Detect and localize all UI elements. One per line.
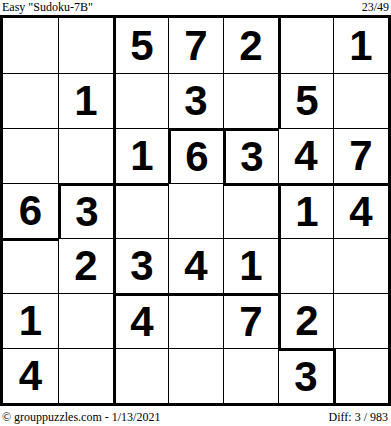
footer-difficulty: Diff: 3 / 983 bbox=[329, 410, 388, 424]
cell-r7c3[interactable] bbox=[113, 348, 168, 403]
cell-r4c2[interactable]: 3 bbox=[58, 183, 113, 238]
cell-r5c6[interactable] bbox=[278, 238, 333, 293]
cell-r1c1[interactable] bbox=[3, 18, 58, 73]
cell-r3c6[interactable]: 4 bbox=[278, 128, 333, 183]
cell-r2c1[interactable] bbox=[3, 73, 58, 128]
cell-r6c4[interactable] bbox=[168, 293, 223, 348]
puzzle-title: Easy "Sudoku-7B" bbox=[2, 1, 93, 14]
cell-r5c4[interactable]: 4 bbox=[168, 238, 223, 293]
cell-r3c4[interactable]: 6 bbox=[168, 128, 223, 183]
cell-r6c3[interactable]: 4 bbox=[113, 293, 168, 348]
sudoku-grid: 57211351634763142341147243 bbox=[0, 15, 391, 406]
cell-r2c7[interactable] bbox=[333, 73, 388, 128]
cell-r1c2[interactable] bbox=[58, 18, 113, 73]
cell-r7c4[interactable] bbox=[168, 348, 223, 403]
cell-r6c1[interactable]: 1 bbox=[3, 293, 58, 348]
cell-r6c5[interactable]: 7 bbox=[223, 293, 278, 348]
cell-r2c2[interactable]: 1 bbox=[58, 73, 113, 128]
footer-copyright: © grouppuzzles.com - 1/13/2021 bbox=[2, 410, 160, 424]
cell-r6c7[interactable] bbox=[333, 293, 388, 348]
cell-r2c5[interactable] bbox=[223, 73, 278, 128]
cell-r1c7[interactable]: 1 bbox=[333, 18, 388, 73]
cell-r7c2[interactable] bbox=[58, 348, 113, 403]
cell-r3c3[interactable]: 1 bbox=[113, 128, 168, 183]
cell-r5c7[interactable] bbox=[333, 238, 388, 293]
cell-r5c2[interactable]: 2 bbox=[58, 238, 113, 293]
cell-r4c7[interactable]: 4 bbox=[333, 183, 388, 238]
cell-r6c2[interactable] bbox=[58, 293, 113, 348]
cell-r1c6[interactable] bbox=[278, 18, 333, 73]
cell-r7c1[interactable]: 4 bbox=[3, 348, 58, 403]
cell-r5c3[interactable]: 3 bbox=[113, 238, 168, 293]
cell-r3c7[interactable]: 7 bbox=[333, 128, 388, 183]
cell-r4c1[interactable]: 6 bbox=[3, 183, 58, 238]
cell-r1c3[interactable]: 5 bbox=[113, 18, 168, 73]
cell-r1c5[interactable]: 2 bbox=[223, 18, 278, 73]
cell-r3c1[interactable] bbox=[3, 128, 58, 183]
cell-r1c4[interactable]: 7 bbox=[168, 18, 223, 73]
cell-r4c5[interactable] bbox=[223, 183, 278, 238]
cell-r2c6[interactable]: 5 bbox=[278, 73, 333, 128]
cell-r7c5[interactable] bbox=[223, 348, 278, 403]
cell-r3c5[interactable]: 3 bbox=[223, 128, 278, 183]
cell-r7c6[interactable]: 3 bbox=[278, 348, 333, 403]
cell-r4c4[interactable] bbox=[168, 183, 223, 238]
footer: © grouppuzzles.com - 1/13/2021 Diff: 3 /… bbox=[0, 406, 391, 424]
given-counter: 23/49 bbox=[362, 1, 389, 14]
cell-r4c3[interactable] bbox=[113, 183, 168, 238]
header: Easy "Sudoku-7B" 23/49 bbox=[0, 0, 391, 15]
cell-r7c7[interactable] bbox=[333, 348, 388, 403]
cell-r3c2[interactable] bbox=[58, 128, 113, 183]
cell-r5c1[interactable] bbox=[3, 238, 58, 293]
cell-r5c5[interactable]: 1 bbox=[223, 238, 278, 293]
cell-r2c3[interactable] bbox=[113, 73, 168, 128]
cell-r2c4[interactable]: 3 bbox=[168, 73, 223, 128]
cell-r4c6[interactable]: 1 bbox=[278, 183, 333, 238]
cell-r6c6[interactable]: 2 bbox=[278, 293, 333, 348]
